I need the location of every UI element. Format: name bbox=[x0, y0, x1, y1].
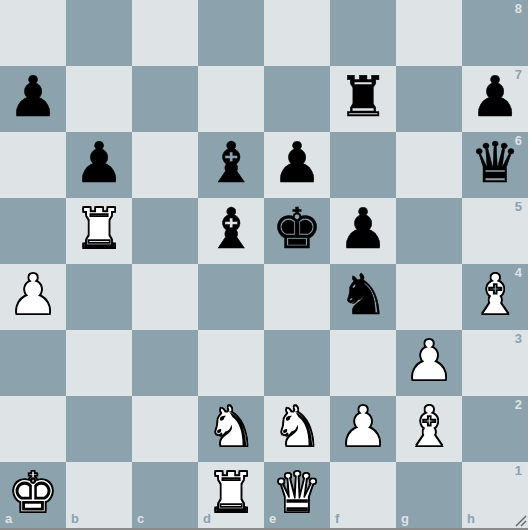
square-c7[interactable] bbox=[132, 66, 198, 132]
square-b1[interactable] bbox=[66, 462, 132, 528]
piece-black-bishop-d5[interactable]: ♝︎ bbox=[198, 198, 264, 264]
square-b7[interactable] bbox=[66, 66, 132, 132]
piece-black-knight-f4[interactable]: ♞︎ bbox=[330, 264, 396, 330]
square-a1[interactable]: ♚︎ bbox=[0, 462, 66, 528]
square-e3[interactable] bbox=[264, 330, 330, 396]
square-e8[interactable] bbox=[264, 0, 330, 66]
square-c6[interactable] bbox=[132, 132, 198, 198]
square-d2[interactable]: ♞︎ bbox=[198, 396, 264, 462]
square-g8[interactable] bbox=[396, 0, 462, 66]
chess-board-wrap: ♟︎♜︎♟︎♟︎♝︎♟︎♛︎♜︎♝︎♚︎♟︎♟︎♞︎♝︎♟︎♞︎♞︎♟︎♝︎♚︎… bbox=[0, 0, 528, 528]
piece-white-knight-d2[interactable]: ♞︎ bbox=[198, 396, 264, 462]
square-f3[interactable] bbox=[330, 330, 396, 396]
piece-white-pawn-a4[interactable]: ♟︎ bbox=[0, 264, 66, 330]
square-g5[interactable] bbox=[396, 198, 462, 264]
square-f4[interactable]: ♞︎ bbox=[330, 264, 396, 330]
square-e6[interactable]: ♟︎ bbox=[264, 132, 330, 198]
square-c3[interactable] bbox=[132, 330, 198, 396]
piece-black-pawn-e6[interactable]: ♟︎ bbox=[264, 132, 330, 198]
piece-white-queen-e1[interactable]: ♛︎ bbox=[264, 462, 330, 528]
square-c5[interactable] bbox=[132, 198, 198, 264]
piece-white-knight-e2[interactable]: ♞︎ bbox=[264, 396, 330, 462]
square-a5[interactable] bbox=[0, 198, 66, 264]
square-g7[interactable] bbox=[396, 66, 462, 132]
square-g4[interactable] bbox=[396, 264, 462, 330]
square-g6[interactable] bbox=[396, 132, 462, 198]
piece-white-king-a1[interactable]: ♚︎ bbox=[0, 462, 66, 528]
square-h4[interactable]: ♝︎ bbox=[462, 264, 528, 330]
square-b3[interactable] bbox=[66, 330, 132, 396]
square-h8[interactable] bbox=[462, 0, 528, 66]
chess-board[interactable]: ♟︎♜︎♟︎♟︎♝︎♟︎♛︎♜︎♝︎♚︎♟︎♟︎♞︎♝︎♟︎♞︎♞︎♟︎♝︎♚︎… bbox=[0, 0, 528, 528]
square-h6[interactable]: ♛︎ bbox=[462, 132, 528, 198]
square-g3[interactable]: ♟︎ bbox=[396, 330, 462, 396]
square-d1[interactable]: ♜︎ bbox=[198, 462, 264, 528]
square-b6[interactable]: ♟︎ bbox=[66, 132, 132, 198]
square-f6[interactable] bbox=[330, 132, 396, 198]
square-f5[interactable]: ♟︎ bbox=[330, 198, 396, 264]
square-c4[interactable] bbox=[132, 264, 198, 330]
piece-white-bishop-h4[interactable]: ♝︎ bbox=[462, 264, 528, 330]
square-d5[interactable]: ♝︎ bbox=[198, 198, 264, 264]
piece-black-bishop-d6[interactable]: ♝︎ bbox=[198, 132, 264, 198]
piece-white-pawn-g3[interactable]: ♟︎ bbox=[396, 330, 462, 396]
square-a2[interactable] bbox=[0, 396, 66, 462]
square-c2[interactable] bbox=[132, 396, 198, 462]
square-e5[interactable]: ♚︎ bbox=[264, 198, 330, 264]
square-h3[interactable] bbox=[462, 330, 528, 396]
square-a3[interactable] bbox=[0, 330, 66, 396]
piece-white-rook-b5[interactable]: ♜︎ bbox=[66, 198, 132, 264]
square-e1[interactable]: ♛︎ bbox=[264, 462, 330, 528]
square-a8[interactable] bbox=[0, 0, 66, 66]
page: ♟︎♜︎♟︎♟︎♝︎♟︎♛︎♜︎♝︎♚︎♟︎♟︎♞︎♝︎♟︎♞︎♞︎♟︎♝︎♚︎… bbox=[0, 0, 532, 530]
square-b4[interactable] bbox=[66, 264, 132, 330]
piece-white-pawn-f2[interactable]: ♟︎ bbox=[330, 396, 396, 462]
square-a6[interactable] bbox=[0, 132, 66, 198]
square-b8[interactable] bbox=[66, 0, 132, 66]
piece-black-queen-h6[interactable]: ♛︎ bbox=[462, 132, 528, 198]
square-g2[interactable]: ♝︎ bbox=[396, 396, 462, 462]
square-a4[interactable]: ♟︎ bbox=[0, 264, 66, 330]
square-b5[interactable]: ♜︎ bbox=[66, 198, 132, 264]
piece-black-king-e5[interactable]: ♚︎ bbox=[264, 198, 330, 264]
square-c8[interactable] bbox=[132, 0, 198, 66]
piece-black-pawn-h7[interactable]: ♟︎ bbox=[462, 66, 528, 132]
board-resize-handle-icon[interactable] bbox=[513, 513, 527, 527]
piece-black-pawn-f5[interactable]: ♟︎ bbox=[330, 198, 396, 264]
piece-black-rook-f7[interactable]: ♜︎ bbox=[330, 66, 396, 132]
square-d4[interactable] bbox=[198, 264, 264, 330]
square-h2[interactable] bbox=[462, 396, 528, 462]
square-e2[interactable]: ♞︎ bbox=[264, 396, 330, 462]
page-right-gap bbox=[528, 0, 532, 530]
square-f7[interactable]: ♜︎ bbox=[330, 66, 396, 132]
square-d8[interactable] bbox=[198, 0, 264, 66]
square-e7[interactable] bbox=[264, 66, 330, 132]
square-f8[interactable] bbox=[330, 0, 396, 66]
square-g1[interactable] bbox=[396, 462, 462, 528]
piece-black-pawn-b6[interactable]: ♟︎ bbox=[66, 132, 132, 198]
square-d6[interactable]: ♝︎ bbox=[198, 132, 264, 198]
square-d3[interactable] bbox=[198, 330, 264, 396]
square-f2[interactable]: ♟︎ bbox=[330, 396, 396, 462]
square-c1[interactable] bbox=[132, 462, 198, 528]
square-h7[interactable]: ♟︎ bbox=[462, 66, 528, 132]
square-f1[interactable] bbox=[330, 462, 396, 528]
square-b2[interactable] bbox=[66, 396, 132, 462]
piece-white-bishop-g2[interactable]: ♝︎ bbox=[396, 396, 462, 462]
piece-white-rook-d1[interactable]: ♜︎ bbox=[198, 462, 264, 528]
square-d7[interactable] bbox=[198, 66, 264, 132]
piece-black-pawn-a7[interactable]: ♟︎ bbox=[0, 66, 66, 132]
square-e4[interactable] bbox=[264, 264, 330, 330]
square-a7[interactable]: ♟︎ bbox=[0, 66, 66, 132]
square-h5[interactable] bbox=[462, 198, 528, 264]
